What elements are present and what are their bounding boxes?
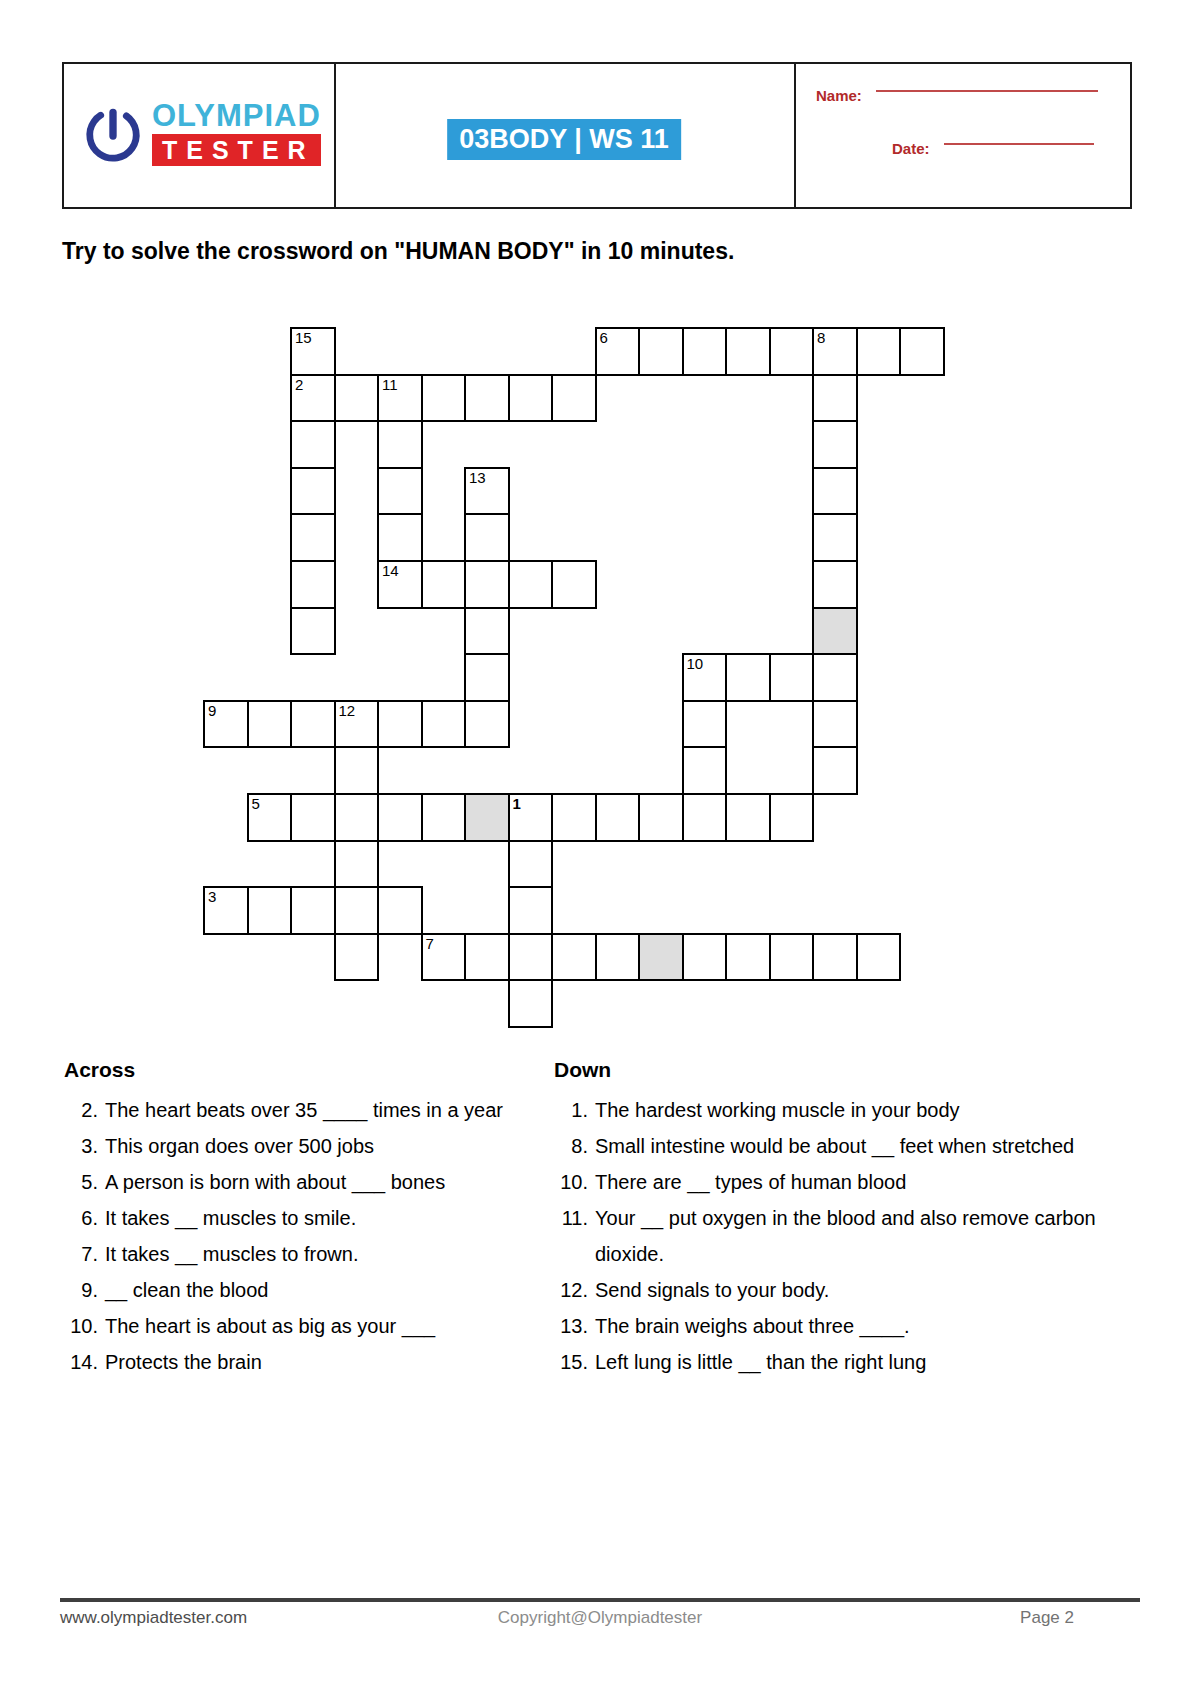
grid-cell[interactable]: [421, 374, 467, 423]
date-field-line[interactable]: [944, 143, 1094, 145]
grid-cell[interactable]: [508, 886, 554, 935]
across-clues-section: Across 2.The heart beats over 35 ____ ti…: [62, 1058, 540, 1380]
down-clue-item: 10.There are __ types of human blood: [552, 1164, 1112, 1200]
footer-rule: [60, 1598, 1140, 1602]
grid-cell-blocked: [638, 933, 684, 982]
across-clue-item: 7.It takes __ muscles to frown.: [62, 1236, 540, 1272]
down-clue-item: 1.The hardest working muscle in your bod…: [552, 1092, 1112, 1128]
clue-text: Small intestine would be about __ feet w…: [595, 1128, 1112, 1164]
grid-cell[interactable]: [508, 979, 554, 1028]
grid-cell[interactable]: [290, 700, 336, 749]
grid-cell[interactable]: [769, 327, 815, 376]
clue-text: Protects the brain: [105, 1344, 540, 1380]
grid-cell[interactable]: [464, 653, 510, 702]
grid-cell[interactable]: [334, 840, 380, 889]
grid-cell[interactable]: [377, 420, 423, 469]
grid-cell[interactable]: [682, 933, 728, 982]
grid-cell[interactable]: 9: [203, 700, 249, 749]
clue-number: 12.: [552, 1272, 588, 1308]
grid-cell[interactable]: [812, 746, 858, 795]
across-title: Across: [64, 1058, 540, 1082]
clue-number: 5.: [62, 1164, 98, 1200]
across-clue-item: 9.__ clean the blood: [62, 1272, 540, 1308]
grid-cell[interactable]: [334, 933, 380, 982]
grid-cell[interactable]: [682, 746, 728, 795]
grid-cell[interactable]: [725, 793, 771, 842]
grid-cell[interactable]: [464, 513, 510, 562]
grid-cell[interactable]: [682, 793, 728, 842]
cell-number: 6: [600, 330, 608, 346]
cell-number: 12: [339, 703, 356, 719]
worksheet-code-badge: 03BODY | WS 11: [447, 119, 681, 160]
grid-cell[interactable]: 3: [203, 886, 249, 935]
clue-text: Your __ put oxygen in the blood and also…: [595, 1200, 1112, 1272]
clue-text: Send signals to your body.: [595, 1272, 1112, 1308]
grid-cell[interactable]: 6: [595, 327, 641, 376]
grid-cell[interactable]: 14: [377, 560, 423, 609]
clue-number: 10.: [62, 1308, 98, 1344]
grid-cell[interactable]: [334, 374, 380, 423]
grid-cell[interactable]: [290, 513, 336, 562]
clue-number: 3.: [62, 1128, 98, 1164]
grid-cell[interactable]: [812, 374, 858, 423]
cell-number: 8: [817, 330, 825, 346]
grid-cell[interactable]: [464, 700, 510, 749]
grid-cell[interactable]: [334, 886, 380, 935]
clue-number: 7.: [62, 1236, 98, 1272]
grid-cell[interactable]: [812, 560, 858, 609]
grid-cell[interactable]: [725, 933, 771, 982]
grid-cell[interactable]: [377, 467, 423, 516]
grid-cell[interactable]: [377, 793, 423, 842]
across-clue-item: 10.The heart is about as big as your ___: [62, 1308, 540, 1344]
grid-cell[interactable]: [334, 746, 380, 795]
grid-cell[interactable]: [290, 467, 336, 516]
grid-cell[interactable]: [595, 933, 641, 982]
clue-number: 14.: [62, 1344, 98, 1380]
grid-cell[interactable]: [551, 374, 597, 423]
clue-number: 15.: [552, 1344, 588, 1380]
grid-cell[interactable]: [551, 933, 597, 982]
across-clue-item: 6.It takes __ muscles to smile.: [62, 1200, 540, 1236]
grid-cell[interactable]: [508, 374, 554, 423]
clue-text: __ clean the blood: [105, 1272, 540, 1308]
grid-cell[interactable]: [247, 700, 293, 749]
grid-cell[interactable]: [812, 467, 858, 516]
grid-cell[interactable]: [682, 327, 728, 376]
cell-number: 5: [252, 796, 260, 812]
footer-copyright: Copyright@Olympiadtester: [60, 1608, 1140, 1628]
cell-number: 1: [513, 796, 521, 812]
cell-number: 9: [208, 703, 216, 719]
grid-cell[interactable]: [682, 700, 728, 749]
grid-cell[interactable]: [899, 327, 945, 376]
clue-text: There are __ types of human blood: [595, 1164, 1112, 1200]
clue-number: 2.: [62, 1092, 98, 1128]
grid-cell[interactable]: [377, 700, 423, 749]
clue-text: It takes __ muscles to smile.: [105, 1200, 540, 1236]
clue-number: 6.: [62, 1200, 98, 1236]
date-label: Date:: [892, 140, 930, 157]
clue-text: It takes __ muscles to frown.: [105, 1236, 540, 1272]
grid-cell[interactable]: [290, 607, 336, 656]
brand-name-top: OLYMPIAD: [152, 100, 321, 132]
grid-cell[interactable]: 1: [508, 793, 554, 842]
grid-cell[interactable]: [725, 327, 771, 376]
across-clue-item: 14.Protects the brain: [62, 1344, 540, 1380]
grid-cell[interactable]: [769, 793, 815, 842]
grid-cell[interactable]: [464, 607, 510, 656]
across-clue-item: 3.This organ does over 500 jobs: [62, 1128, 540, 1164]
grid-cell[interactable]: [290, 793, 336, 842]
name-field-line[interactable]: [876, 90, 1098, 92]
cell-number: 11: [382, 377, 398, 393]
cell-number: 14: [382, 563, 399, 579]
down-clue-item: 15.Left lung is little __ than the right…: [552, 1344, 1112, 1380]
clue-text: A person is born with about ___ bones: [105, 1164, 540, 1200]
clue-number: 13.: [552, 1308, 588, 1344]
grid-cell[interactable]: [769, 653, 815, 702]
grid-cell[interactable]: [508, 840, 554, 889]
grid-cell[interactable]: [812, 420, 858, 469]
down-clue-item: 13.The brain weighs about three ____.: [552, 1308, 1112, 1344]
crossword-grid: 15682111314109125137: [204, 328, 944, 1027]
grid-cell[interactable]: [725, 653, 771, 702]
worksheet-header: OLYMPIAD TESTER 03BODY | WS 11 Name: Dat…: [62, 62, 1132, 209]
down-clues-list: 1.The hardest working muscle in your bod…: [552, 1092, 1112, 1380]
across-clue-item: 2.The heart beats over 35 ____ times in …: [62, 1092, 540, 1128]
grid-cell[interactable]: [290, 886, 336, 935]
clue-number: 11.: [552, 1200, 588, 1272]
grid-cell[interactable]: [421, 700, 467, 749]
power-t-icon: [82, 102, 144, 164]
grid-cell[interactable]: [769, 933, 815, 982]
grid-cell[interactable]: 15: [290, 327, 336, 376]
down-title: Down: [554, 1058, 1112, 1082]
grid-cell[interactable]: [856, 327, 902, 376]
header-divider-1: [334, 64, 336, 207]
grid-cell[interactable]: 11: [377, 374, 423, 423]
grid-cell[interactable]: [812, 653, 858, 702]
cell-number: 2: [295, 377, 303, 393]
brand-name-bottom: TESTER: [152, 134, 321, 166]
grid-cell[interactable]: [290, 560, 336, 609]
name-label: Name:: [816, 87, 862, 104]
grid-cell[interactable]: [464, 933, 510, 982]
cell-number: 10: [687, 656, 704, 672]
grid-cell[interactable]: [464, 374, 510, 423]
cell-number: 13: [469, 470, 486, 486]
grid-cell[interactable]: 8: [812, 327, 858, 376]
clue-number: 9.: [62, 1272, 98, 1308]
grid-cell[interactable]: [595, 793, 641, 842]
grid-cell[interactable]: [464, 560, 510, 609]
clue-text: The brain weighs about three ____.: [595, 1308, 1112, 1344]
across-clue-item: 5.A person is born with about ___ bones: [62, 1164, 540, 1200]
grid-cell[interactable]: [638, 327, 684, 376]
grid-cell[interactable]: [247, 886, 293, 935]
brand-logo: OLYMPIAD TESTER: [82, 100, 321, 166]
grid-cell[interactable]: [290, 420, 336, 469]
grid-cell-blocked: [812, 607, 858, 656]
grid-cell[interactable]: 2: [290, 374, 336, 423]
grid-cell[interactable]: 13: [464, 467, 510, 516]
page-title: Try to solve the crossword on "HUMAN BOD…: [62, 238, 734, 265]
grid-cell[interactable]: [551, 560, 597, 609]
footer-page-number: Page 2: [1020, 1608, 1074, 1628]
grid-cell[interactable]: 12: [334, 700, 380, 749]
down-clue-item: 12.Send signals to your body.: [552, 1272, 1112, 1308]
clue-text: The heart beats over 35 ____ times in a …: [105, 1092, 540, 1128]
page: { "header": { "brand_top": "OLYMPIAD", "…: [0, 0, 1190, 1684]
clue-number: 10.: [552, 1164, 588, 1200]
grid-cell[interactable]: [856, 933, 902, 982]
grid-cell[interactable]: [812, 513, 858, 562]
grid-cell[interactable]: [377, 886, 423, 935]
grid-cell[interactable]: 10: [682, 653, 728, 702]
cell-number: 15: [295, 330, 312, 346]
grid-cell[interactable]: [421, 793, 467, 842]
grid-cell[interactable]: [421, 560, 467, 609]
down-clue-item: 11.Your __ put oxygen in the blood and a…: [552, 1200, 1112, 1272]
cell-number: 7: [426, 936, 434, 952]
across-clues-list: 2.The heart beats over 35 ____ times in …: [62, 1092, 540, 1380]
cell-number: 3: [208, 889, 216, 905]
grid-cell[interactable]: [334, 793, 380, 842]
grid-cell[interactable]: [551, 793, 597, 842]
grid-cell[interactable]: [508, 560, 554, 609]
grid-cell-blocked: [464, 793, 510, 842]
clue-text: Left lung is little __ than the right lu…: [595, 1344, 1112, 1380]
grid-cell[interactable]: [377, 513, 423, 562]
footer: www.olympiadtester.com Copyright@Olympia…: [60, 1608, 1140, 1632]
grid-cell[interactable]: [812, 700, 858, 749]
grid-cell[interactable]: [812, 933, 858, 982]
grid-cell[interactable]: 5: [247, 793, 293, 842]
clue-number: 1.: [552, 1092, 588, 1128]
clue-number: 8.: [552, 1128, 588, 1164]
clue-text: The hardest working muscle in your body: [595, 1092, 1112, 1128]
down-clue-item: 8.Small intestine would be about __ feet…: [552, 1128, 1112, 1164]
grid-cell[interactable]: [638, 793, 684, 842]
grid-cell[interactable]: [508, 933, 554, 982]
clue-text: The heart is about as big as your ___: [105, 1308, 540, 1344]
down-clues-section: Down 1.The hardest working muscle in you…: [552, 1058, 1112, 1380]
clue-text: This organ does over 500 jobs: [105, 1128, 540, 1164]
grid-cell[interactable]: 7: [421, 933, 467, 982]
header-divider-2: [794, 64, 796, 207]
